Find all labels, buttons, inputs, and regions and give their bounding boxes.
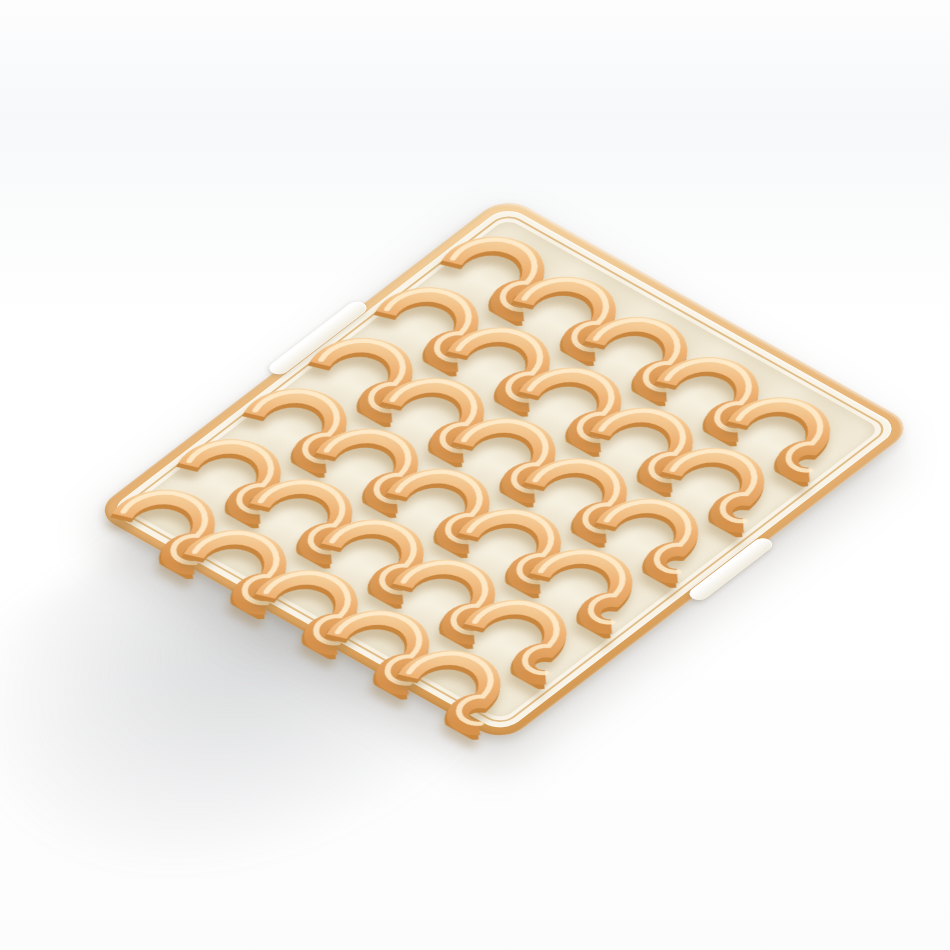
product-photo-scene [0, 0, 950, 950]
